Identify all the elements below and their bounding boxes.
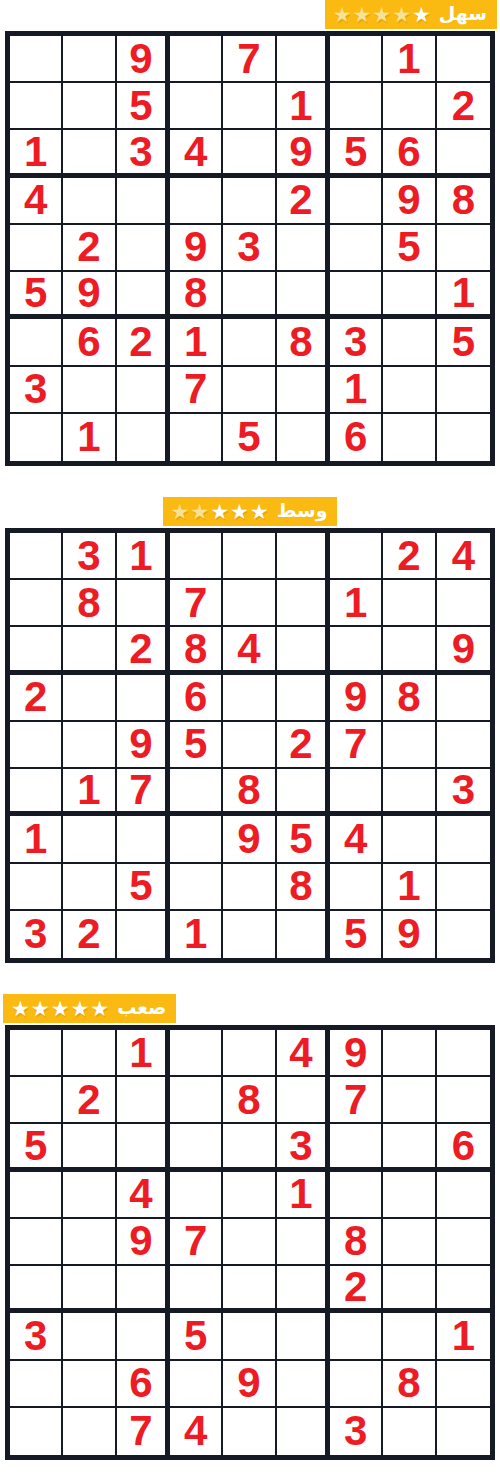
star-filled-icon: ★ xyxy=(90,998,109,1019)
cell-r1c1-empty[interactable] xyxy=(10,1030,63,1077)
cell-r5c7-given: 7 xyxy=(330,722,383,769)
cell-r7c5-given: 9 xyxy=(223,816,276,863)
cell-r3c9-empty[interactable] xyxy=(437,130,490,177)
cell-r3c1-given: 5 xyxy=(10,1124,63,1171)
cell-r8c6-empty[interactable] xyxy=(277,367,330,414)
cell-r7c8-empty[interactable] xyxy=(383,1313,436,1360)
cell-r1c5-empty[interactable] xyxy=(223,1030,276,1077)
cell-r6c4-empty[interactable] xyxy=(170,1266,223,1313)
cell-r1c5-given: 7 xyxy=(223,36,276,83)
star-filled-icon: ★ xyxy=(31,998,50,1019)
cell-r9c5-given: 5 xyxy=(223,414,276,461)
cell-r7c6-empty[interactable] xyxy=(277,1313,330,1360)
cell-r5c8-given: 5 xyxy=(383,225,436,272)
cell-r3c2-empty[interactable] xyxy=(63,627,116,674)
cell-r8c3-given: 6 xyxy=(117,1361,170,1408)
cell-r8c9-empty[interactable] xyxy=(437,864,490,911)
cell-r4c7-empty[interactable] xyxy=(330,1172,383,1219)
cell-r9c6-empty[interactable] xyxy=(277,911,330,958)
cell-r2c4-empty[interactable] xyxy=(170,1077,223,1124)
cell-r7c7-empty[interactable] xyxy=(330,1313,383,1360)
cell-r8c6-given: 8 xyxy=(277,864,330,911)
cell-r5c8-empty[interactable] xyxy=(383,722,436,769)
cell-r3c7-empty[interactable] xyxy=(330,1124,383,1171)
cell-r5c6-given: 2 xyxy=(277,722,330,769)
cell-r8c2-empty[interactable] xyxy=(63,864,116,911)
cell-r3c4-empty[interactable] xyxy=(170,1124,223,1171)
page: ★★★★★ سهل 971512134956429829355981621835… xyxy=(0,0,500,1460)
cell-r6c8-empty[interactable] xyxy=(383,272,436,319)
cell-r9c7-given: 6 xyxy=(330,414,383,461)
cell-r6c3-empty[interactable] xyxy=(117,1266,170,1313)
cell-r1c7-empty[interactable] xyxy=(330,36,383,83)
cell-r9c7-given: 3 xyxy=(330,1408,383,1455)
cell-r9c5-empty[interactable] xyxy=(223,911,276,958)
cell-r5c7-given: 8 xyxy=(330,1219,383,1266)
difficulty-label-medium: وسط xyxy=(277,501,328,523)
cell-r8c8-given: 8 xyxy=(383,1361,436,1408)
cell-r6c5-empty[interactable] xyxy=(223,1266,276,1313)
cell-r3c4-given: 8 xyxy=(170,627,223,674)
cell-r5c5-given: 3 xyxy=(223,225,276,272)
sudoku-board-easy: 971512134956429829355981621835371156 xyxy=(5,31,495,466)
cell-r2c3-empty[interactable] xyxy=(117,580,170,627)
star-filled-icon: ★ xyxy=(11,998,30,1019)
cell-r3c5-empty[interactable] xyxy=(223,130,276,177)
cell-r2c9-empty[interactable] xyxy=(437,1077,490,1124)
cell-r9c3-empty[interactable] xyxy=(117,414,170,461)
difficulty-label-hard: صعب xyxy=(117,998,166,1020)
cell-r3c3-given: 2 xyxy=(117,627,170,674)
cell-r9c3-given: 7 xyxy=(117,1408,170,1455)
cell-r5c6-empty[interactable] xyxy=(277,225,330,272)
cell-r8c7-empty[interactable] xyxy=(330,1361,383,1408)
cell-r4c5-empty[interactable] xyxy=(223,1172,276,1219)
cell-r8c1-empty[interactable] xyxy=(10,1361,63,1408)
cell-r8c2-empty[interactable] xyxy=(63,367,116,414)
cell-r5c1-empty[interactable] xyxy=(10,1219,63,1266)
cell-r1c9-given: 4 xyxy=(437,533,490,580)
cell-r5c6-empty[interactable] xyxy=(277,1219,330,1266)
cell-r5c7-empty[interactable] xyxy=(330,225,383,272)
cell-r4c8-given: 9 xyxy=(383,178,436,225)
cell-r2c4-given: 7 xyxy=(170,580,223,627)
cell-r1c9-empty[interactable] xyxy=(437,1030,490,1077)
cell-r4c5-empty[interactable] xyxy=(223,178,276,225)
cell-r5c2-empty[interactable] xyxy=(63,722,116,769)
cell-r4c7-given: 9 xyxy=(330,675,383,722)
cell-r8c5-given: 9 xyxy=(223,1361,276,1408)
cell-r7c4-given: 1 xyxy=(170,319,223,366)
star-empty-icon: ★ xyxy=(372,4,391,25)
cell-r1c4-empty[interactable] xyxy=(170,1030,223,1077)
cell-r2c9-given: 2 xyxy=(437,83,490,130)
cell-r1c5-empty[interactable] xyxy=(223,533,276,580)
cell-r3c6-given: 3 xyxy=(277,1124,330,1171)
cell-r7c5-empty[interactable] xyxy=(223,319,276,366)
difficulty-rating-easy: ★★★★★ xyxy=(333,4,431,25)
difficulty-label-easy: سهل xyxy=(439,4,487,26)
star-empty-icon: ★ xyxy=(190,501,209,522)
cell-r3c6-given: 9 xyxy=(277,130,330,177)
cell-r1c2-empty[interactable] xyxy=(63,36,116,83)
cell-r4c4-empty[interactable] xyxy=(170,1172,223,1219)
cell-r9c4-empty[interactable] xyxy=(170,414,223,461)
cell-r8c1-given: 3 xyxy=(10,367,63,414)
cell-r3c8-empty[interactable] xyxy=(383,1124,436,1171)
cell-r1c6-empty[interactable] xyxy=(277,36,330,83)
cell-r4c8-given: 8 xyxy=(383,675,436,722)
cell-r6c7-empty[interactable] xyxy=(330,769,383,816)
cell-r8c7-given: 1 xyxy=(330,367,383,414)
cell-r2c6-empty[interactable] xyxy=(277,580,330,627)
cell-r2c2-given: 2 xyxy=(63,1077,116,1124)
cell-r9c9-empty[interactable] xyxy=(437,1408,490,1455)
cell-r8c4-empty[interactable] xyxy=(170,1361,223,1408)
cell-r3c9-given: 9 xyxy=(437,627,490,674)
cell-r9c8-given: 9 xyxy=(383,911,436,958)
cell-r5c5-empty[interactable] xyxy=(223,722,276,769)
cell-r3c1-empty[interactable] xyxy=(10,627,63,674)
cell-r4c5-empty[interactable] xyxy=(223,675,276,722)
difficulty-banner-hard: ★★★★★ صعب xyxy=(3,994,176,1023)
cell-r6c9-empty[interactable] xyxy=(437,1266,490,1313)
cell-r6c1-empty[interactable] xyxy=(10,769,63,816)
cell-r7c9-given: 1 xyxy=(437,1313,490,1360)
cell-r7c9-given: 5 xyxy=(437,319,490,366)
cell-r7c8-empty[interactable] xyxy=(383,319,436,366)
cell-r3c7-empty[interactable] xyxy=(330,627,383,674)
star-filled-icon: ★ xyxy=(70,998,89,1019)
cell-r7c7-given: 4 xyxy=(330,816,383,863)
cell-r4c6-given: 1 xyxy=(277,1172,330,1219)
cell-r2c1-empty[interactable] xyxy=(10,83,63,130)
cell-r2c9-empty[interactable] xyxy=(437,580,490,627)
cell-r4c7-empty[interactable] xyxy=(330,178,383,225)
cell-r1c8-given: 2 xyxy=(383,533,436,580)
cell-r2c8-empty[interactable] xyxy=(383,1077,436,1124)
cell-r9c6-empty[interactable] xyxy=(277,1408,330,1455)
cell-r1c1-empty[interactable] xyxy=(10,533,63,580)
cell-r2c8-empty[interactable] xyxy=(383,83,436,130)
cell-r5c2-given: 2 xyxy=(63,225,116,272)
cell-r3c2-empty[interactable] xyxy=(63,130,116,177)
cell-r1c7-empty[interactable] xyxy=(330,533,383,580)
cell-r4c9-given: 8 xyxy=(437,178,490,225)
cell-r1c4-empty[interactable] xyxy=(170,533,223,580)
cell-r1c8-given: 1 xyxy=(383,36,436,83)
star-empty-icon: ★ xyxy=(392,4,411,25)
cell-r2c5-empty[interactable] xyxy=(223,83,276,130)
cell-r6c6-empty[interactable] xyxy=(277,272,330,319)
puzzle-medium: ★★★★★ وسط 312487128492698952717831954581… xyxy=(5,497,495,963)
difficulty-banner-medium: ★★★★★ وسط xyxy=(163,497,338,526)
star-filled-icon: ★ xyxy=(250,501,269,522)
cell-r4c2-empty[interactable] xyxy=(63,675,116,722)
cell-r4c3-given: 4 xyxy=(117,1172,170,1219)
cell-r7c6-given: 5 xyxy=(277,816,330,863)
cell-r2c1-empty[interactable] xyxy=(10,580,63,627)
cell-r2c2-given: 8 xyxy=(63,580,116,627)
cell-r7c5-empty[interactable] xyxy=(223,1313,276,1360)
cell-r1c6-given: 4 xyxy=(277,1030,330,1077)
cell-r9c7-given: 5 xyxy=(330,911,383,958)
cell-r6c6-empty[interactable] xyxy=(277,1266,330,1313)
cell-r3c9-given: 6 xyxy=(437,1124,490,1171)
cell-r6c1-empty[interactable] xyxy=(10,1266,63,1313)
cell-r8c1-empty[interactable] xyxy=(10,864,63,911)
cell-r5c9-empty[interactable] xyxy=(437,1219,490,1266)
cell-r7c7-given: 3 xyxy=(330,319,383,366)
cell-r7c6-given: 8 xyxy=(277,319,330,366)
cell-r7c2-given: 6 xyxy=(63,319,116,366)
cell-r4c8-empty[interactable] xyxy=(383,1172,436,1219)
cell-r2c1-empty[interactable] xyxy=(10,1077,63,1124)
cell-r8c4-empty[interactable] xyxy=(170,864,223,911)
cell-r5c3-given: 9 xyxy=(117,1219,170,1266)
star-filled-icon: ★ xyxy=(51,998,70,1019)
cell-r5c2-empty[interactable] xyxy=(63,1219,116,1266)
cell-r8c3-given: 5 xyxy=(117,864,170,911)
cell-r7c4-given: 5 xyxy=(170,1313,223,1360)
cell-r6c7-empty[interactable] xyxy=(330,272,383,319)
cell-r9c6-empty[interactable] xyxy=(277,414,330,461)
cell-r5c1-empty[interactable] xyxy=(10,225,63,272)
cell-r7c1-empty[interactable] xyxy=(10,319,63,366)
cell-r3c8-empty[interactable] xyxy=(383,627,436,674)
cell-r9c1-given: 3 xyxy=(10,911,63,958)
cell-r2c2-empty[interactable] xyxy=(63,83,116,130)
cell-r9c2-given: 1 xyxy=(63,414,116,461)
cell-r1c6-empty[interactable] xyxy=(277,533,330,580)
cell-r1c1-empty[interactable] xyxy=(10,36,63,83)
cell-r9c1-empty[interactable] xyxy=(10,1408,63,1455)
cell-r3c1-given: 1 xyxy=(10,130,63,177)
cell-r3c2-empty[interactable] xyxy=(63,1124,116,1171)
cell-r3c4-given: 4 xyxy=(170,130,223,177)
cell-r7c2-empty[interactable] xyxy=(63,816,116,863)
cell-r8c5-empty[interactable] xyxy=(223,864,276,911)
cell-r6c5-given: 8 xyxy=(223,769,276,816)
cell-r1c3-given: 1 xyxy=(117,533,170,580)
cell-r5c4-given: 5 xyxy=(170,722,223,769)
cell-r9c1-empty[interactable] xyxy=(10,414,63,461)
star-filled-icon: ★ xyxy=(412,4,431,25)
cell-r3c6-empty[interactable] xyxy=(277,627,330,674)
cell-r7c9-empty[interactable] xyxy=(437,816,490,863)
sudoku-board-medium: 31248712849269895271783195458132159 xyxy=(5,528,495,963)
cell-r4c1-empty[interactable] xyxy=(10,1172,63,1219)
cell-r8c9-empty[interactable] xyxy=(437,1361,490,1408)
cell-r7c1-given: 1 xyxy=(10,816,63,863)
cell-r7c4-empty[interactable] xyxy=(170,816,223,863)
cell-r8c2-empty[interactable] xyxy=(63,1361,116,1408)
cell-r9c4-given: 4 xyxy=(170,1408,223,1455)
cell-r1c2-empty[interactable] xyxy=(63,1030,116,1077)
cell-r8c7-empty[interactable] xyxy=(330,864,383,911)
cell-r5c3-empty[interactable] xyxy=(117,225,170,272)
cell-r8c9-empty[interactable] xyxy=(437,367,490,414)
cell-r3c5-empty[interactable] xyxy=(223,1124,276,1171)
cell-r2c8-empty[interactable] xyxy=(383,580,436,627)
cell-r7c2-empty[interactable] xyxy=(63,1313,116,1360)
cell-r7c1-given: 3 xyxy=(10,1313,63,1360)
cell-r4c4-empty[interactable] xyxy=(170,178,223,225)
cell-r1c3-given: 9 xyxy=(117,36,170,83)
cell-r9c9-empty[interactable] xyxy=(437,911,490,958)
cell-r9c3-empty[interactable] xyxy=(117,911,170,958)
cell-r6c3-given: 7 xyxy=(117,769,170,816)
cell-r2c6-empty[interactable] xyxy=(277,1077,330,1124)
cell-r5c4-given: 9 xyxy=(170,225,223,272)
star-filled-icon: ★ xyxy=(210,501,229,522)
cell-r4c6-empty[interactable] xyxy=(277,675,330,722)
cell-r3c5-given: 4 xyxy=(223,627,276,674)
cell-r1c4-empty[interactable] xyxy=(170,36,223,83)
cell-r5c3-given: 9 xyxy=(117,722,170,769)
star-empty-icon: ★ xyxy=(171,501,190,522)
cell-r2c7-empty[interactable] xyxy=(330,83,383,130)
cell-r4c9-empty[interactable] xyxy=(437,1172,490,1219)
cell-r2c5-given: 8 xyxy=(223,1077,276,1124)
cell-r8c6-empty[interactable] xyxy=(277,1361,330,1408)
cell-r8c4-given: 7 xyxy=(170,367,223,414)
cell-r8c8-given: 1 xyxy=(383,864,436,911)
puzzle-hard: ★★★★★ صعب 149287536419782351698743 xyxy=(5,994,495,1460)
cell-r4c4-given: 6 xyxy=(170,675,223,722)
cell-r5c1-empty[interactable] xyxy=(10,722,63,769)
cell-r9c8-empty[interactable] xyxy=(383,414,436,461)
cell-r1c8-empty[interactable] xyxy=(383,1030,436,1077)
cell-r8c8-empty[interactable] xyxy=(383,367,436,414)
cell-r6c4-empty[interactable] xyxy=(170,769,223,816)
cell-r6c2-given: 9 xyxy=(63,272,116,319)
cell-r2c7-given: 7 xyxy=(330,1077,383,1124)
cell-r6c5-empty[interactable] xyxy=(223,272,276,319)
cell-r9c2-given: 2 xyxy=(63,911,116,958)
cell-r5c9-empty[interactable] xyxy=(437,722,490,769)
cell-r7c8-empty[interactable] xyxy=(383,816,436,863)
cell-r7c3-empty[interactable] xyxy=(117,1313,170,1360)
cell-r1c7-given: 9 xyxy=(330,1030,383,1077)
cell-r2c3-given: 5 xyxy=(117,83,170,130)
cell-r6c9-given: 1 xyxy=(437,272,490,319)
cell-r3c7-given: 5 xyxy=(330,130,383,177)
cell-r4c2-empty[interactable] xyxy=(63,1172,116,1219)
cell-r9c9-empty[interactable] xyxy=(437,414,490,461)
cell-r6c7-given: 2 xyxy=(330,1266,383,1313)
sudoku-board-hard: 149287536419782351698743 xyxy=(5,1025,495,1460)
cell-r3c3-given: 3 xyxy=(117,130,170,177)
cell-r2c3-empty[interactable] xyxy=(117,1077,170,1124)
cell-r6c6-empty[interactable] xyxy=(277,769,330,816)
cell-r6c4-given: 8 xyxy=(170,272,223,319)
cell-r8c3-empty[interactable] xyxy=(117,367,170,414)
cell-r6c1-given: 5 xyxy=(10,272,63,319)
cell-r1c9-empty[interactable] xyxy=(437,36,490,83)
cell-r7c3-empty[interactable] xyxy=(117,816,170,863)
cell-r4c1-given: 4 xyxy=(10,178,63,225)
cell-r6c9-given: 3 xyxy=(437,769,490,816)
star-empty-icon: ★ xyxy=(333,4,352,25)
cell-r6c2-given: 1 xyxy=(63,769,116,816)
star-filled-icon: ★ xyxy=(230,501,249,522)
cell-r4c3-empty[interactable] xyxy=(117,178,170,225)
cell-r6c8-empty[interactable] xyxy=(383,769,436,816)
cell-r5c5-empty[interactable] xyxy=(223,1219,276,1266)
cell-r9c4-given: 1 xyxy=(170,911,223,958)
cell-r2c5-empty[interactable] xyxy=(223,580,276,627)
cell-r7c3-given: 2 xyxy=(117,319,170,366)
cell-r5c4-given: 7 xyxy=(170,1219,223,1266)
cell-r4c2-empty[interactable] xyxy=(63,178,116,225)
star-empty-icon: ★ xyxy=(353,4,372,25)
cell-r4c1-given: 2 xyxy=(10,675,63,722)
cell-r9c8-empty[interactable] xyxy=(383,1408,436,1455)
cell-r6c2-empty[interactable] xyxy=(63,1266,116,1313)
cell-r6c3-empty[interactable] xyxy=(117,272,170,319)
cell-r4c6-given: 2 xyxy=(277,178,330,225)
difficulty-rating-medium: ★★★★★ xyxy=(171,501,269,522)
puzzle-easy: ★★★★★ سهل 971512134956429829355981621835… xyxy=(5,0,495,466)
cell-r2c4-empty[interactable] xyxy=(170,83,223,130)
cell-r4c9-empty[interactable] xyxy=(437,675,490,722)
cell-r3c8-given: 6 xyxy=(383,130,436,177)
difficulty-banner-easy: ★★★★★ سهل xyxy=(325,0,497,29)
cell-r1c2-given: 3 xyxy=(63,533,116,580)
cell-r8c5-empty[interactable] xyxy=(223,367,276,414)
cell-r2c6-given: 1 xyxy=(277,83,330,130)
cell-r3c3-empty[interactable] xyxy=(117,1124,170,1171)
cell-r2c7-given: 1 xyxy=(330,580,383,627)
cell-r6c8-empty[interactable] xyxy=(383,1266,436,1313)
cell-r4c3-empty[interactable] xyxy=(117,675,170,722)
cell-r9c2-empty[interactable] xyxy=(63,1408,116,1455)
cell-r5c8-empty[interactable] xyxy=(383,1219,436,1266)
cell-r9c5-empty[interactable] xyxy=(223,1408,276,1455)
difficulty-rating-hard: ★★★★★ xyxy=(11,998,109,1019)
cell-r5c9-empty[interactable] xyxy=(437,225,490,272)
cell-r1c3-given: 1 xyxy=(117,1030,170,1077)
